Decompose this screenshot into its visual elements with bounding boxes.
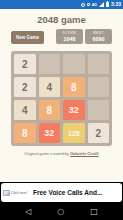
broken-image-icon bbox=[3, 190, 10, 196]
attribution: Original game created by Gabriele Cirull… bbox=[0, 151, 123, 156]
android-nav-bar: ◁ ○ □ bbox=[0, 203, 123, 220]
tile-cell: 128 bbox=[63, 123, 85, 143]
score-box: SCORE 1048 bbox=[56, 29, 83, 44]
ad-placeholder-text: Click here! bbox=[11, 191, 28, 195]
empty-cell bbox=[88, 100, 110, 120]
gear-icon bbox=[87, 3, 90, 6]
page-title: 2048 game bbox=[0, 14, 123, 25]
tile-2: 2 bbox=[14, 54, 36, 74]
empty-cell bbox=[39, 54, 61, 74]
bottom-bar: Click here! Free Voice Calls And... ◁ ○ … bbox=[0, 182, 123, 220]
tile-8: 8 bbox=[63, 77, 85, 97]
best-box: BEST 6090 bbox=[85, 29, 112, 44]
ad-banner[interactable]: Click here! Free Voice Calls And... bbox=[1, 183, 122, 202]
signal-icon bbox=[99, 2, 104, 7]
best-label: BEST bbox=[93, 31, 104, 35]
tile-32: 32 bbox=[39, 123, 61, 143]
empty-cell bbox=[63, 54, 85, 74]
tile-cell: 8 bbox=[39, 100, 61, 120]
tile-cell: 2 bbox=[88, 123, 110, 143]
tile-cell: 4 bbox=[39, 77, 61, 97]
empty-cell bbox=[88, 77, 110, 97]
tile-4: 4 bbox=[14, 100, 36, 120]
tile-cell: 32 bbox=[63, 100, 85, 120]
ad-headline: Free Voice Calls And... bbox=[33, 189, 102, 196]
back-icon[interactable]: ◁ bbox=[25, 203, 31, 220]
tile-128: 128 bbox=[63, 123, 85, 143]
attribution-link[interactable]: Gabriele Cirulli bbox=[70, 151, 98, 156]
recents-icon[interactable]: □ bbox=[90, 203, 98, 220]
tile-cell: 8 bbox=[14, 123, 36, 143]
home-icon[interactable]: ○ bbox=[57, 203, 64, 220]
empty-cell bbox=[88, 54, 110, 74]
ad-left: Click here! bbox=[3, 190, 33, 196]
tile-32: 32 bbox=[63, 100, 85, 120]
network-4g-icon: 4G bbox=[92, 3, 97, 7]
tile-8: 8 bbox=[14, 123, 36, 143]
tile-cell: 32 bbox=[39, 123, 61, 143]
tile-2: 2 bbox=[88, 123, 110, 143]
tile-2: 2 bbox=[14, 77, 36, 97]
score-value: 1048 bbox=[63, 36, 75, 42]
tile-cell: 4 bbox=[14, 100, 36, 120]
score-label: SCORE bbox=[63, 31, 77, 35]
battery-icon bbox=[106, 2, 109, 7]
header-row: New Game SCORE 1048 BEST 6090 bbox=[0, 29, 123, 44]
tile-cell: 2 bbox=[14, 77, 36, 97]
attribution-text: Original game created by bbox=[24, 151, 70, 156]
tile-cell: 2 bbox=[14, 54, 36, 74]
alarm-icon bbox=[81, 3, 85, 7]
tile-4: 4 bbox=[39, 77, 61, 97]
tile-cell: 8 bbox=[63, 77, 85, 97]
new-game-button[interactable]: New Game bbox=[11, 31, 44, 44]
game-board[interactable]: 224848328321282 bbox=[11, 51, 112, 146]
status-bar: 4G 3:33 bbox=[0, 0, 123, 9]
best-value: 6090 bbox=[92, 36, 104, 42]
status-time: 3:33 bbox=[111, 0, 121, 9]
tile-8: 8 bbox=[39, 100, 61, 120]
score-panel: SCORE 1048 BEST 6090 bbox=[56, 29, 112, 44]
